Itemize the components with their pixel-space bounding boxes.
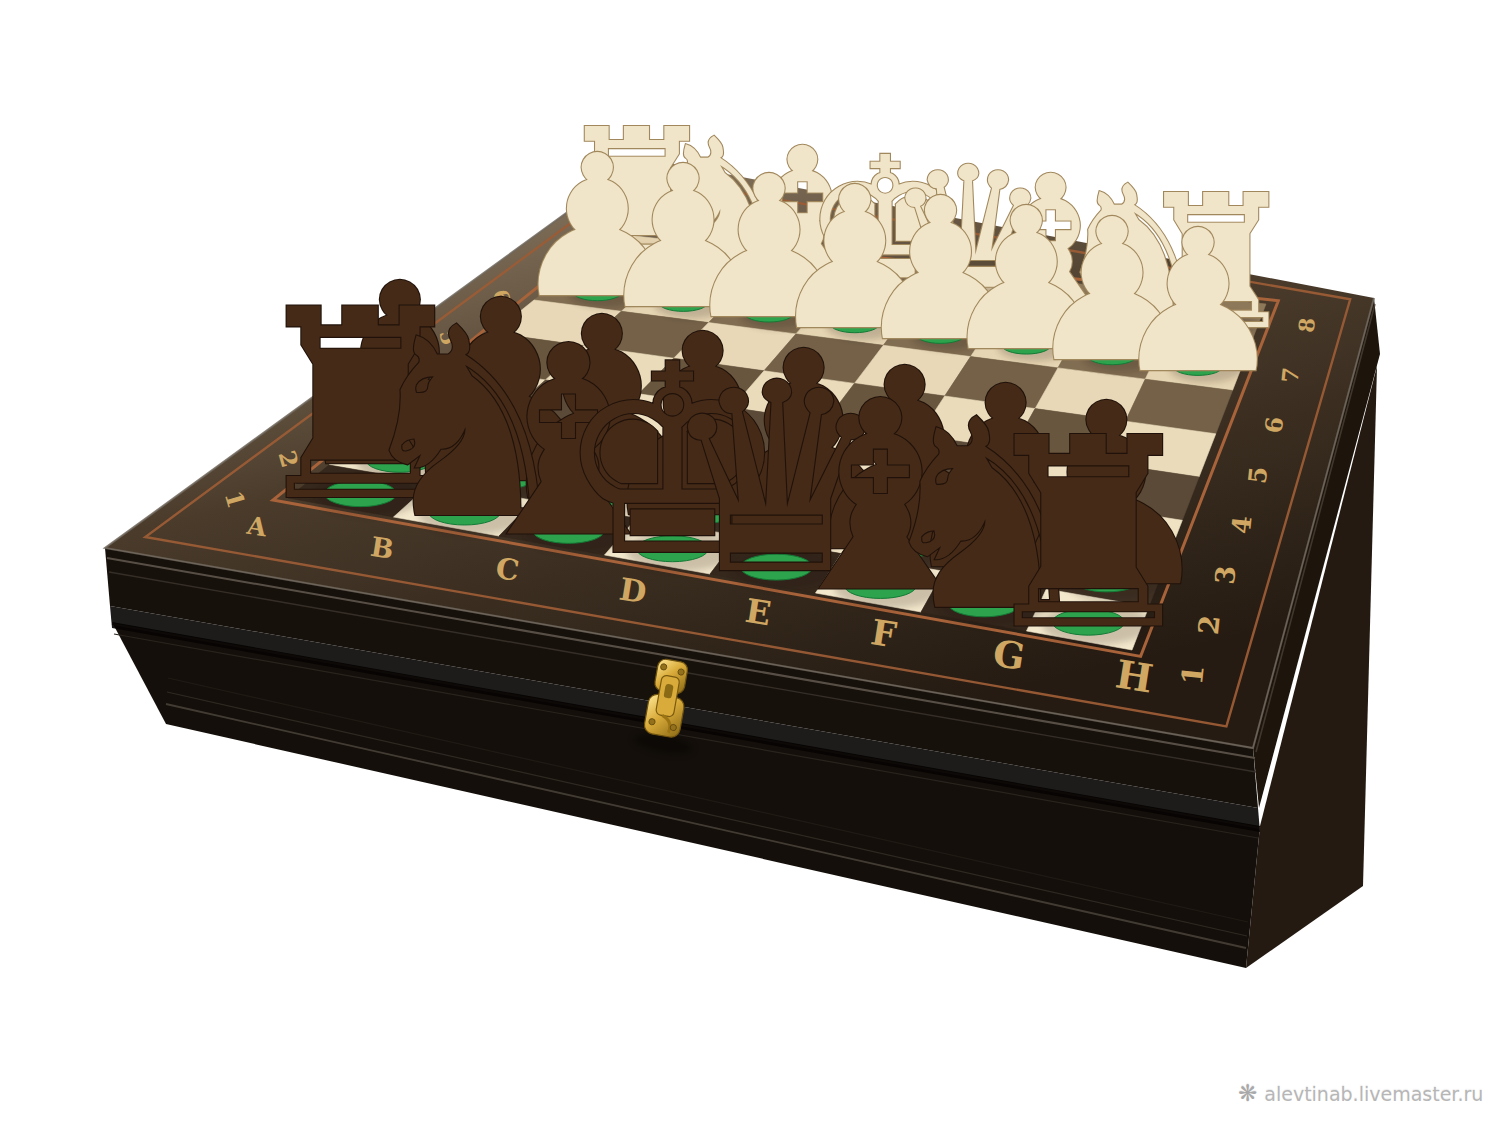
flower-icon: ❋ <box>1238 1082 1257 1105</box>
chess-box-product-photo: ABCDEFGH1234567812345678♜♞♝♚♛♝♞♜♟♟♟♟♟♟♟♟… <box>0 0 1500 1125</box>
watermark-text: alevtinab.livemaster.ru <box>1264 1083 1483 1105</box>
piece-dark-rook-h1: ♜ <box>971 382 1206 687</box>
rank-label-right-5: 5 <box>1243 465 1274 485</box>
piece-glyph-rook: ♜ <box>971 382 1206 687</box>
rank-label-right-6: 6 <box>1260 415 1290 434</box>
rank-label-right-4: 4 <box>1226 515 1258 536</box>
chess-scene-svg: ABCDEFGH1234567812345678♜♞♝♚♛♝♞♜♟♟♟♟♟♟♟♟… <box>0 0 1500 1125</box>
watermark: ❋ alevtinab.livemaster.ru <box>1238 1082 1483 1105</box>
